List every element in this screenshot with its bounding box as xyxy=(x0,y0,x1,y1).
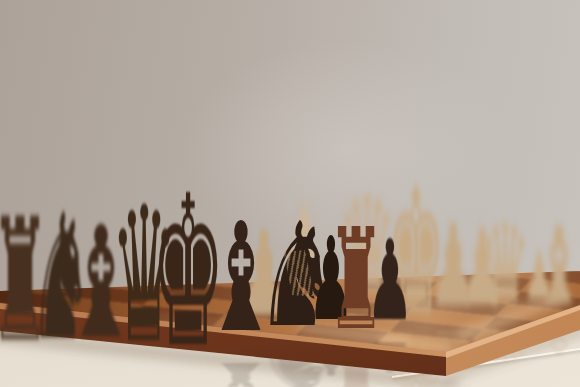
dark-rook-kingside: ♜ xyxy=(327,210,385,350)
light-bishop: ♝ xyxy=(533,213,580,320)
light-queen-shaped-piece: ♛ xyxy=(479,209,530,323)
chess-photo-scene: ♜♞♝♛♚♝♝♞♞♟♟♜♜♟♟♟♟♛♚♚♟♟♟♟♛♛♟♝♝ xyxy=(0,0,580,387)
